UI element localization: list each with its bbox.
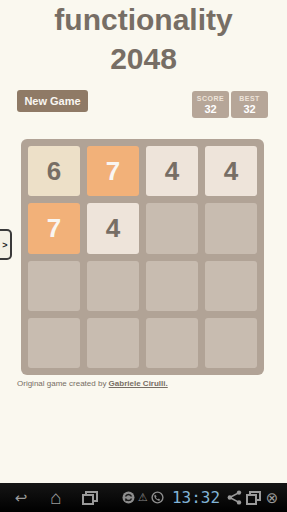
empty-cell bbox=[28, 261, 80, 311]
tile-4: 4 bbox=[87, 203, 139, 253]
close-button[interactable]: ⊗ bbox=[262, 483, 282, 512]
empty-cell bbox=[146, 318, 198, 368]
attribution-text: Original game created by Gabriele Cirull… bbox=[17, 379, 168, 388]
game-board[interactable]: 674474 bbox=[21, 139, 264, 375]
empty-cell bbox=[87, 261, 139, 311]
recents-button[interactable] bbox=[80, 483, 100, 512]
best-value: 32 bbox=[243, 103, 255, 115]
score-box: SCORE 32 bbox=[192, 91, 229, 118]
system-clock[interactable]: 13:32 bbox=[170, 483, 222, 512]
home-icon: ⌂ bbox=[50, 487, 61, 509]
attribution-prefix: Original game created by bbox=[17, 379, 109, 388]
sync-notification-icon bbox=[122, 491, 135, 504]
attribution-link[interactable]: Gabriele Cirulli. bbox=[109, 379, 168, 388]
scoreboard: SCORE 32 BEST 32 bbox=[192, 91, 268, 118]
empty-cell bbox=[205, 318, 257, 368]
android-system-bar: ↩ ⌂ ⚠ bbox=[0, 483, 287, 512]
back-icon: ↩ bbox=[15, 489, 28, 507]
app-screen: functionality 2048 New Game SCORE 32 BES… bbox=[0, 0, 287, 512]
empty-cell bbox=[28, 318, 80, 368]
tile-6: 6 bbox=[28, 146, 80, 196]
empty-cell bbox=[205, 261, 257, 311]
tile-4: 4 bbox=[146, 146, 198, 196]
app-title: functionality 2048 bbox=[0, 0, 287, 78]
whatsapp-notification-icon bbox=[151, 491, 164, 504]
overlapping-windows-icon[interactable] bbox=[244, 483, 262, 512]
back-button[interactable]: ↩ bbox=[10, 483, 32, 512]
best-label: BEST bbox=[239, 94, 260, 103]
app-title-line1: functionality bbox=[0, 0, 287, 39]
empty-cell bbox=[205, 203, 257, 253]
score-value: 32 bbox=[204, 103, 216, 115]
empty-cell bbox=[87, 318, 139, 368]
home-button[interactable]: ⌂ bbox=[45, 483, 67, 512]
empty-cell bbox=[146, 261, 198, 311]
app-title-line2: 2048 bbox=[0, 39, 287, 78]
chevron-right-icon: > bbox=[2, 240, 7, 250]
tile-7: 7 bbox=[87, 146, 139, 196]
empty-cell bbox=[146, 203, 198, 253]
close-circle-icon: ⊗ bbox=[266, 489, 279, 507]
warning-icon: ⚠ bbox=[138, 491, 148, 504]
tile-4: 4 bbox=[205, 146, 257, 196]
new-game-button[interactable]: New Game bbox=[17, 90, 88, 112]
score-label: SCORE bbox=[197, 94, 224, 103]
best-box: BEST 32 bbox=[231, 91, 268, 118]
share-status-icon[interactable] bbox=[225, 483, 243, 512]
tile-7: 7 bbox=[28, 203, 80, 253]
recents-icon bbox=[82, 491, 98, 505]
notification-icon-cluster[interactable]: ⚠ bbox=[119, 483, 167, 512]
side-panel-handle[interactable]: > bbox=[0, 229, 12, 260]
